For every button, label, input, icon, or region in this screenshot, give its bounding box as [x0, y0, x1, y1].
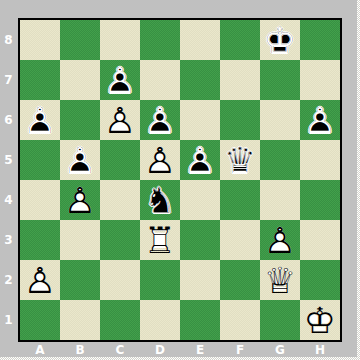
- square-b6[interactable]: [60, 100, 100, 140]
- file-label-d: D: [140, 342, 180, 358]
- square-g8[interactable]: ♚♔: [260, 20, 300, 60]
- square-g4[interactable]: [260, 180, 300, 220]
- rank-label-6: 6: [0, 100, 17, 140]
- black-knight-outline-icon: ♘: [140, 180, 180, 220]
- square-h3[interactable]: [300, 220, 340, 260]
- white-rook-outline-icon: ♖: [140, 220, 180, 260]
- square-h8[interactable]: [300, 20, 340, 60]
- square-e5[interactable]: ♟♙: [180, 140, 220, 180]
- white-pawn-piece[interactable]: ♟♙: [100, 100, 140, 140]
- square-b2[interactable]: [60, 260, 100, 300]
- square-h4[interactable]: [300, 180, 340, 220]
- white-pawn-piece[interactable]: ♟♙: [140, 140, 180, 180]
- square-b7[interactable]: [60, 60, 100, 100]
- black-pawn-outline-icon: ♙: [180, 140, 220, 180]
- white-pawn-piece[interactable]: ♟♙: [260, 220, 300, 260]
- black-pawn-piece[interactable]: ♟♙: [300, 100, 340, 140]
- rank-label-7: 7: [0, 60, 17, 100]
- square-f2[interactable]: [220, 260, 260, 300]
- black-pawn-piece[interactable]: ♟♙: [60, 140, 100, 180]
- square-g3[interactable]: ♟♙: [260, 220, 300, 260]
- black-king-outline-icon: ♔: [260, 20, 300, 60]
- square-d1[interactable]: [140, 300, 180, 340]
- square-f4[interactable]: [220, 180, 260, 220]
- black-pawn-outline-icon: ♙: [20, 100, 60, 140]
- square-b3[interactable]: [60, 220, 100, 260]
- black-pawn-outline-icon: ♙: [60, 140, 100, 180]
- rank-label-8: 8: [0, 20, 17, 60]
- square-e6[interactable]: [180, 100, 220, 140]
- rank-label-5: 5: [0, 140, 17, 180]
- rank-label-1: 1: [0, 300, 17, 340]
- rank-label-3: 3: [0, 220, 17, 260]
- square-f3[interactable]: [220, 220, 260, 260]
- square-a1[interactable]: [20, 300, 60, 340]
- square-c2[interactable]: [100, 260, 140, 300]
- square-g1[interactable]: [260, 300, 300, 340]
- square-c3[interactable]: [100, 220, 140, 260]
- square-a3[interactable]: [20, 220, 60, 260]
- chess-app-window: ♚♔♟♙♟♙♟♙♟♙♟♙♟♙♟♙♟♙♛♕♟♙♞♘♜♖♟♙♟♙♛♕♚♔ 87654…: [0, 0, 360, 360]
- square-g7[interactable]: [260, 60, 300, 100]
- square-d5[interactable]: ♟♙: [140, 140, 180, 180]
- square-d4[interactable]: ♞♘: [140, 180, 180, 220]
- square-f7[interactable]: [220, 60, 260, 100]
- file-label-b: B: [60, 342, 100, 358]
- square-c1[interactable]: [100, 300, 140, 340]
- rank-label-2: 2: [0, 260, 17, 300]
- square-d2[interactable]: [140, 260, 180, 300]
- square-g6[interactable]: [260, 100, 300, 140]
- file-label-e: E: [180, 342, 220, 358]
- square-a2[interactable]: ♟♙: [20, 260, 60, 300]
- square-e8[interactable]: [180, 20, 220, 60]
- white-queen-outline-icon: ♕: [260, 260, 300, 300]
- black-queen-outline-icon: ♕: [220, 140, 260, 180]
- white-pawn-outline-icon: ♙: [100, 100, 140, 140]
- square-h5[interactable]: [300, 140, 340, 180]
- black-pawn-piece[interactable]: ♟♙: [180, 140, 220, 180]
- square-h1[interactable]: ♚♔: [300, 300, 340, 340]
- square-h6[interactable]: ♟♙: [300, 100, 340, 140]
- square-e7[interactable]: [180, 60, 220, 100]
- square-a4[interactable]: [20, 180, 60, 220]
- file-label-c: C: [100, 342, 140, 358]
- white-queen-piece[interactable]: ♛♕: [260, 260, 300, 300]
- square-e3[interactable]: [180, 220, 220, 260]
- black-pawn-piece[interactable]: ♟♙: [140, 100, 180, 140]
- black-pawn-piece[interactable]: ♟♙: [20, 100, 60, 140]
- square-f6[interactable]: [220, 100, 260, 140]
- chess-board: ♚♔♟♙♟♙♟♙♟♙♟♙♟♙♟♙♟♙♛♕♟♙♞♘♜♖♟♙♟♙♛♕♚♔: [18, 18, 342, 342]
- white-pawn-outline-icon: ♙: [60, 180, 100, 220]
- square-c5[interactable]: [100, 140, 140, 180]
- file-label-h: H: [300, 342, 340, 358]
- square-f8[interactable]: [220, 20, 260, 60]
- square-h2[interactable]: [300, 260, 340, 300]
- black-king-piece[interactable]: ♚♔: [260, 20, 300, 60]
- white-king-outline-icon: ♔: [300, 300, 340, 340]
- white-pawn-piece[interactable]: ♟♙: [60, 180, 100, 220]
- square-c7[interactable]: ♟♙: [100, 60, 140, 100]
- white-king-piece[interactable]: ♚♔: [300, 300, 340, 340]
- file-label-f: F: [220, 342, 260, 358]
- square-f1[interactable]: [220, 300, 260, 340]
- black-pawn-piece[interactable]: ♟♙: [100, 60, 140, 100]
- file-label-g: G: [260, 342, 300, 358]
- square-e1[interactable]: [180, 300, 220, 340]
- square-b8[interactable]: [60, 20, 100, 60]
- square-d8[interactable]: [140, 20, 180, 60]
- white-pawn-piece[interactable]: ♟♙: [20, 260, 60, 300]
- file-label-a: A: [20, 342, 60, 358]
- square-c8[interactable]: [100, 20, 140, 60]
- square-b1[interactable]: [60, 300, 100, 340]
- square-c4[interactable]: [100, 180, 140, 220]
- white-pawn-outline-icon: ♙: [260, 220, 300, 260]
- white-pawn-outline-icon: ♙: [20, 260, 60, 300]
- square-a8[interactable]: [20, 20, 60, 60]
- square-e2[interactable]: [180, 260, 220, 300]
- square-g5[interactable]: [260, 140, 300, 180]
- black-knight-piece[interactable]: ♞♘: [140, 180, 180, 220]
- square-a7[interactable]: [20, 60, 60, 100]
- square-g2[interactable]: ♛♕: [260, 260, 300, 300]
- black-pawn-outline-icon: ♙: [100, 60, 140, 100]
- square-b5[interactable]: ♟♙: [60, 140, 100, 180]
- white-rook-piece[interactable]: ♜♖: [140, 220, 180, 260]
- square-f5[interactable]: ♛♕: [220, 140, 260, 180]
- square-a6[interactable]: ♟♙: [20, 100, 60, 140]
- black-pawn-outline-icon: ♙: [300, 100, 340, 140]
- black-pawn-outline-icon: ♙: [140, 100, 180, 140]
- square-c6[interactable]: ♟♙: [100, 100, 140, 140]
- square-d3[interactable]: ♜♖: [140, 220, 180, 260]
- white-pawn-outline-icon: ♙: [140, 140, 180, 180]
- black-queen-piece[interactable]: ♛♕: [220, 140, 260, 180]
- square-h7[interactable]: [300, 60, 340, 100]
- square-b4[interactable]: ♟♙: [60, 180, 100, 220]
- rank-label-4: 4: [0, 180, 17, 220]
- square-d6[interactable]: ♟♙: [140, 100, 180, 140]
- square-a5[interactable]: [20, 140, 60, 180]
- square-e4[interactable]: [180, 180, 220, 220]
- square-d7[interactable]: [140, 60, 180, 100]
